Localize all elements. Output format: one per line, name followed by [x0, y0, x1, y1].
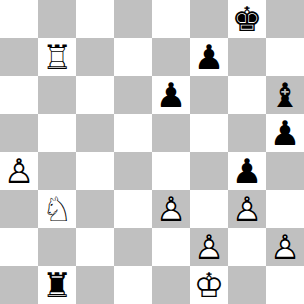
square-e8[interactable]	[152, 0, 190, 38]
square-f2[interactable]: ♟♙	[190, 228, 228, 266]
square-d2[interactable]	[114, 228, 152, 266]
white-knight-piece: ♞♘	[38, 190, 76, 228]
pawn-outline-layer: ♙	[190, 228, 228, 266]
square-b8[interactable]	[38, 0, 76, 38]
pawn-outline-layer: ♙	[266, 228, 304, 266]
square-a8[interactable]	[0, 0, 38, 38]
square-g6[interactable]	[228, 76, 266, 114]
pawn-glyph: ♟	[152, 76, 190, 114]
square-d7[interactable]	[114, 38, 152, 76]
square-f4[interactable]	[190, 152, 228, 190]
square-e6[interactable]: ♟	[152, 76, 190, 114]
square-h7[interactable]	[266, 38, 304, 76]
black-bishop-piece: ♝	[266, 76, 304, 114]
square-c4[interactable]	[76, 152, 114, 190]
white-king-piece: ♚♔	[190, 266, 228, 304]
square-c8[interactable]	[76, 0, 114, 38]
rook-outline-layer: ♖	[38, 38, 76, 76]
square-d3[interactable]	[114, 190, 152, 228]
square-b6[interactable]	[38, 76, 76, 114]
pawn-outline-layer: ♙	[152, 190, 190, 228]
black-pawn-piece: ♟	[266, 114, 304, 152]
square-f1[interactable]: ♚♔	[190, 266, 228, 304]
rook-glyph: ♜	[38, 266, 76, 304]
square-a2[interactable]	[0, 228, 38, 266]
square-c1[interactable]	[76, 266, 114, 304]
chess-board: ♚♜♖♟♟♝♟♟♙♟♞♘♟♙♟♙♟♙♟♙♜♚♔	[0, 0, 304, 304]
square-a7[interactable]	[0, 38, 38, 76]
black-king-piece: ♚	[228, 0, 266, 38]
square-b1[interactable]: ♜	[38, 266, 76, 304]
square-d1[interactable]	[114, 266, 152, 304]
square-b2[interactable]	[38, 228, 76, 266]
square-b3[interactable]: ♞♘	[38, 190, 76, 228]
square-b7[interactable]: ♜♖	[38, 38, 76, 76]
square-c3[interactable]	[76, 190, 114, 228]
square-a6[interactable]	[0, 76, 38, 114]
white-pawn-piece: ♟♙	[0, 152, 38, 190]
white-rook-piece: ♜♖	[38, 38, 76, 76]
square-g2[interactable]	[228, 228, 266, 266]
square-e7[interactable]	[152, 38, 190, 76]
square-h2[interactable]: ♟♙	[266, 228, 304, 266]
square-f7[interactable]: ♟	[190, 38, 228, 76]
square-c2[interactable]	[76, 228, 114, 266]
square-e1[interactable]	[152, 266, 190, 304]
square-d5[interactable]	[114, 114, 152, 152]
square-g5[interactable]	[228, 114, 266, 152]
pawn-glyph: ♟	[266, 114, 304, 152]
square-c5[interactable]	[76, 114, 114, 152]
square-d4[interactable]	[114, 152, 152, 190]
square-a4[interactable]: ♟♙	[0, 152, 38, 190]
white-pawn-piece: ♟♙	[152, 190, 190, 228]
square-e3[interactable]: ♟♙	[152, 190, 190, 228]
white-pawn-piece: ♟♙	[266, 228, 304, 266]
black-pawn-piece: ♟	[228, 152, 266, 190]
square-h1[interactable]	[266, 266, 304, 304]
square-d6[interactable]	[114, 76, 152, 114]
black-pawn-piece: ♟	[190, 38, 228, 76]
square-f6[interactable]	[190, 76, 228, 114]
pawn-glyph: ♟	[190, 38, 228, 76]
square-h8[interactable]	[266, 0, 304, 38]
square-c7[interactable]	[76, 38, 114, 76]
square-d8[interactable]	[114, 0, 152, 38]
square-a1[interactable]	[0, 266, 38, 304]
square-h5[interactable]: ♟	[266, 114, 304, 152]
knight-outline-layer: ♘	[38, 190, 76, 228]
square-f3[interactable]	[190, 190, 228, 228]
square-g3[interactable]: ♟♙	[228, 190, 266, 228]
square-f5[interactable]	[190, 114, 228, 152]
pawn-glyph: ♟	[228, 152, 266, 190]
pawn-outline-layer: ♙	[0, 152, 38, 190]
square-g4[interactable]: ♟	[228, 152, 266, 190]
square-b5[interactable]	[38, 114, 76, 152]
square-g7[interactable]	[228, 38, 266, 76]
square-e2[interactable]	[152, 228, 190, 266]
square-c6[interactable]	[76, 76, 114, 114]
white-pawn-piece: ♟♙	[190, 228, 228, 266]
square-f8[interactable]	[190, 0, 228, 38]
black-rook-piece: ♜	[38, 266, 76, 304]
square-e5[interactable]	[152, 114, 190, 152]
square-e4[interactable]	[152, 152, 190, 190]
square-a3[interactable]	[0, 190, 38, 228]
square-h3[interactable]	[266, 190, 304, 228]
king-glyph: ♚	[228, 0, 266, 38]
square-g1[interactable]	[228, 266, 266, 304]
square-g8[interactable]: ♚	[228, 0, 266, 38]
king-outline-layer: ♔	[190, 266, 228, 304]
bishop-glyph: ♝	[266, 76, 304, 114]
black-pawn-piece: ♟	[152, 76, 190, 114]
white-pawn-piece: ♟♙	[228, 190, 266, 228]
square-b4[interactable]	[38, 152, 76, 190]
square-h4[interactable]	[266, 152, 304, 190]
pawn-outline-layer: ♙	[228, 190, 266, 228]
square-h6[interactable]: ♝	[266, 76, 304, 114]
square-a5[interactable]	[0, 114, 38, 152]
